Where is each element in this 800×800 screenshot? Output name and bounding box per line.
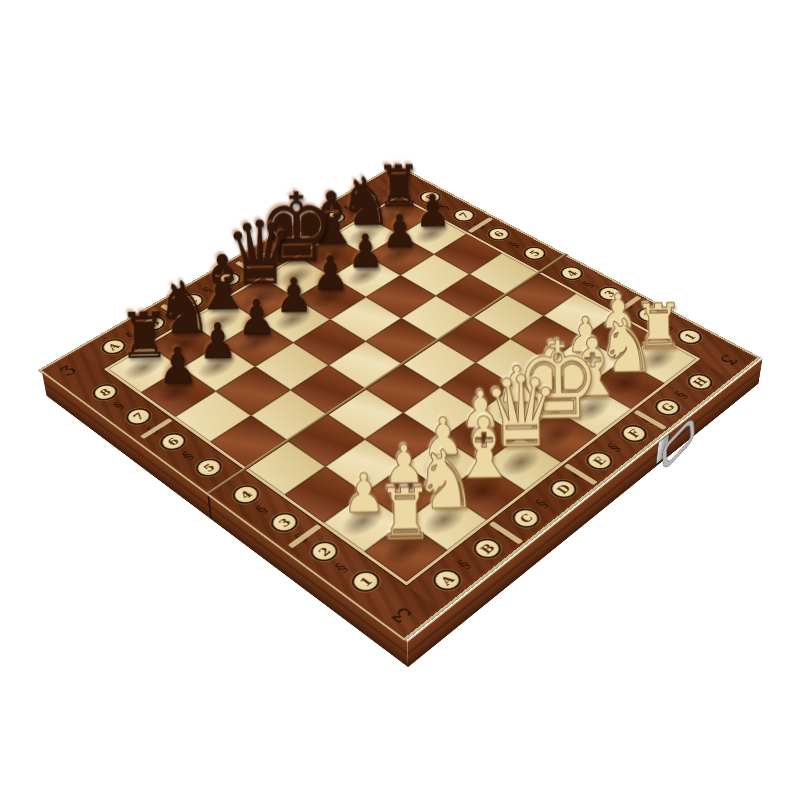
rank-label-left-1-glyph: 1 xyxy=(356,574,376,588)
board-scene: AA88BB77CC66DD55EE44FF33GG22HH11§§§§§§§§… xyxy=(0,0,800,800)
box-side-seam xyxy=(207,492,212,520)
file-label-bottom-b-glyph: B xyxy=(477,541,498,556)
black-pawn-a7: ♟ xyxy=(137,340,218,392)
file-label-bottom-c-glyph: C xyxy=(516,511,536,525)
chess-board: AA88BB77CC66DD55EE44FF33GG22HH11§§§§§§§§… xyxy=(39,165,760,641)
rank-label-right-5-glyph: 5 xyxy=(527,249,543,258)
rank-label-left-5-glyph: 5 xyxy=(200,461,218,473)
rank-label-left-3-glyph: 3 xyxy=(275,516,294,529)
white-rook-a1: ♜ xyxy=(360,478,451,552)
rank-label-left-7-glyph: 7 xyxy=(130,411,147,423)
file-label-bottom-d-glyph: D xyxy=(553,482,573,496)
